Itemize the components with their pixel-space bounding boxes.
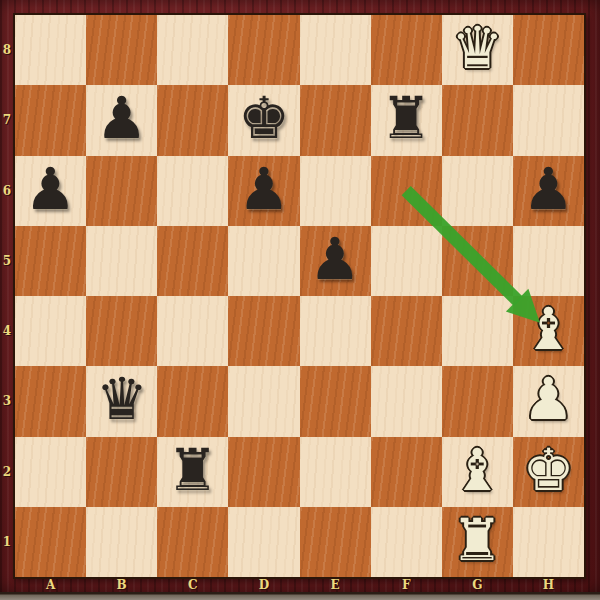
rank-label-5: 5	[0, 226, 14, 296]
square-e6[interactable]	[300, 156, 371, 226]
square-d2[interactable]	[228, 437, 299, 507]
rank-label-2: 2	[0, 437, 14, 507]
white-queen-icon[interactable]: ♛	[451, 19, 503, 77]
file-label-B: B	[86, 577, 157, 592]
square-h3[interactable]: ♟	[513, 366, 584, 436]
rank-label-8: 8	[0, 15, 14, 85]
square-c5[interactable]	[157, 226, 228, 296]
square-g6[interactable]	[442, 156, 513, 226]
square-f7[interactable]: ♜	[371, 85, 442, 155]
rank-label-1: 1	[0, 507, 14, 577]
playing-area: ♛♟♚♜♟♟♟♟♝♛♟♜♝♚♜	[13, 13, 586, 579]
square-g7[interactable]	[442, 85, 513, 155]
square-c1[interactable]	[157, 507, 228, 577]
file-label-C: C	[157, 577, 228, 592]
square-g1[interactable]: ♜	[442, 507, 513, 577]
file-label-D: D	[228, 577, 299, 592]
square-h8[interactable]	[513, 15, 584, 85]
square-h4[interactable]: ♝	[513, 296, 584, 366]
white-rook-icon[interactable]: ♜	[451, 511, 503, 569]
file-labels: ABCDEFGH	[15, 577, 584, 592]
black-queen-icon[interactable]: ♛	[96, 370, 148, 428]
square-h6[interactable]: ♟	[513, 156, 584, 226]
black-pawn-icon[interactable]: ♟	[238, 160, 290, 218]
square-h1[interactable]	[513, 507, 584, 577]
square-d6[interactable]: ♟	[228, 156, 299, 226]
square-c8[interactable]	[157, 15, 228, 85]
square-c3[interactable]	[157, 366, 228, 436]
square-a1[interactable]	[15, 507, 86, 577]
square-f5[interactable]	[371, 226, 442, 296]
rank-label-6: 6	[0, 156, 14, 226]
white-pawn-icon[interactable]: ♟	[522, 370, 574, 428]
square-h7[interactable]	[513, 85, 584, 155]
square-d7[interactable]: ♚	[228, 85, 299, 155]
square-g2[interactable]: ♝	[442, 437, 513, 507]
square-c7[interactable]	[157, 85, 228, 155]
square-b1[interactable]	[86, 507, 157, 577]
file-label-E: E	[300, 577, 371, 592]
square-a6[interactable]: ♟	[15, 156, 86, 226]
square-e5[interactable]: ♟	[300, 226, 371, 296]
square-e3[interactable]	[300, 366, 371, 436]
square-f2[interactable]	[371, 437, 442, 507]
square-g5[interactable]	[442, 226, 513, 296]
square-b7[interactable]: ♟	[86, 85, 157, 155]
square-d8[interactable]	[228, 15, 299, 85]
square-a8[interactable]	[15, 15, 86, 85]
black-pawn-icon[interactable]: ♟	[25, 160, 77, 218]
white-bishop-icon[interactable]: ♝	[451, 441, 503, 499]
square-d5[interactable]	[228, 226, 299, 296]
square-d4[interactable]	[228, 296, 299, 366]
chess-board-widget: ♛♟♚♜♟♟♟♟♝♛♟♜♝♚♜ 87654321 ABCDEFGH	[0, 0, 600, 600]
square-f1[interactable]	[371, 507, 442, 577]
black-pawn-icon[interactable]: ♟	[522, 160, 574, 218]
rank-label-7: 7	[0, 85, 14, 155]
frame-bottom-bevel	[0, 592, 600, 600]
square-c4[interactable]	[157, 296, 228, 366]
square-e7[interactable]	[300, 85, 371, 155]
square-a2[interactable]	[15, 437, 86, 507]
rank-label-3: 3	[0, 366, 14, 436]
black-rook-icon[interactable]: ♜	[167, 441, 219, 499]
black-king-icon[interactable]: ♚	[238, 89, 290, 147]
file-label-H: H	[513, 577, 584, 592]
black-pawn-icon[interactable]: ♟	[96, 89, 148, 147]
square-c2[interactable]: ♜	[157, 437, 228, 507]
square-e2[interactable]	[300, 437, 371, 507]
square-f4[interactable]	[371, 296, 442, 366]
square-g8[interactable]: ♛	[442, 15, 513, 85]
square-a7[interactable]	[15, 85, 86, 155]
square-a5[interactable]	[15, 226, 86, 296]
white-bishop-icon[interactable]: ♝	[522, 300, 574, 358]
square-a3[interactable]	[15, 366, 86, 436]
square-b4[interactable]	[86, 296, 157, 366]
square-f8[interactable]	[371, 15, 442, 85]
square-g4[interactable]	[442, 296, 513, 366]
square-d1[interactable]	[228, 507, 299, 577]
square-b2[interactable]	[86, 437, 157, 507]
black-pawn-icon[interactable]: ♟	[309, 230, 361, 288]
square-e4[interactable]	[300, 296, 371, 366]
square-c6[interactable]	[157, 156, 228, 226]
square-h2[interactable]: ♚	[513, 437, 584, 507]
file-label-F: F	[371, 577, 442, 592]
square-a4[interactable]	[15, 296, 86, 366]
file-label-A: A	[15, 577, 86, 592]
white-king-icon[interactable]: ♚	[522, 441, 574, 499]
black-rook-icon[interactable]: ♜	[380, 89, 432, 147]
square-b5[interactable]	[86, 226, 157, 296]
square-b8[interactable]	[86, 15, 157, 85]
square-e1[interactable]	[300, 507, 371, 577]
file-label-G: G	[442, 577, 513, 592]
square-f3[interactable]	[371, 366, 442, 436]
square-b6[interactable]	[86, 156, 157, 226]
rank-label-4: 4	[0, 296, 14, 366]
square-g3[interactable]	[442, 366, 513, 436]
square-e8[interactable]	[300, 15, 371, 85]
square-d3[interactable]	[228, 366, 299, 436]
rank-labels: 87654321	[0, 15, 14, 577]
square-h5[interactable]	[513, 226, 584, 296]
square-b3[interactable]: ♛	[86, 366, 157, 436]
square-f6[interactable]	[371, 156, 442, 226]
